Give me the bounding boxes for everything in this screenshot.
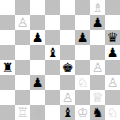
black-bishop-d5: ♝ [47,45,59,60]
square-d4[interactable] [45,60,60,75]
square-c4[interactable] [30,60,45,75]
square-a3[interactable] [0,75,15,90]
square-g1[interactable]: ♞ [90,105,105,120]
square-f4[interactable] [75,60,90,75]
square-c8[interactable] [30,0,45,15]
square-e5[interactable] [60,45,75,60]
square-g8[interactable]: ♗ [90,0,105,15]
square-g4[interactable]: ♙ [90,60,105,75]
square-a8[interactable] [0,0,15,15]
square-b3[interactable] [15,75,30,90]
square-h4[interactable] [105,60,120,75]
square-g2[interactable]: ♕ [90,90,105,105]
square-g6[interactable] [90,30,105,45]
square-e2[interactable]: ♙ [60,90,75,105]
square-h2[interactable] [105,90,120,105]
black-queen-h6: ♛ [107,30,119,45]
square-f1[interactable]: ♔ [75,105,90,120]
square-f2[interactable] [75,90,90,105]
square-h1[interactable]: ♘ [105,105,120,120]
square-d3[interactable] [45,75,60,90]
square-e8[interactable] [60,0,75,15]
square-a2[interactable] [0,90,15,105]
square-e4[interactable]: ♚ [60,60,75,75]
square-e7[interactable] [60,15,75,30]
square-f5[interactable] [75,45,90,60]
square-e1[interactable]: ♝ [60,105,75,120]
square-d1[interactable] [45,105,60,120]
square-g5[interactable] [90,45,105,60]
white-pawn-e2: ♙ [62,90,74,105]
black-rook-a4: ♜ [2,60,14,75]
white-knight-h1: ♘ [107,105,119,120]
square-h5[interactable]: ♟ [105,45,120,60]
square-c3[interactable]: ♟ [30,75,45,90]
square-b7[interactable]: ♙ [15,15,30,30]
square-e6[interactable] [60,30,75,45]
white-knight-f3: ♘ [77,75,89,90]
square-h7[interactable] [105,15,120,30]
square-e3[interactable] [60,75,75,90]
black-pawn-c6: ♟ [32,30,44,45]
square-b6[interactable] [15,30,30,45]
square-f8[interactable] [75,0,90,15]
white-rook-b1: ♖ [17,105,29,120]
square-d2[interactable] [45,90,60,105]
black-king-e4: ♚ [62,60,74,75]
square-b8[interactable] [15,0,30,15]
black-pawn-f6: ♟ [77,30,89,45]
square-h6[interactable]: ♛ [105,30,120,45]
square-d8[interactable] [45,0,60,15]
square-b1[interactable]: ♖ [15,105,30,120]
white-pawn-g4: ♙ [92,60,104,75]
black-knight-g1: ♞ [92,105,104,120]
square-b5[interactable] [15,45,30,60]
square-c5[interactable] [30,45,45,60]
white-king-f1: ♔ [77,105,89,120]
square-f7[interactable] [75,15,90,30]
square-h8[interactable] [105,0,120,15]
square-b2[interactable] [15,90,30,105]
square-d5[interactable]: ♝ [45,45,60,60]
square-a7[interactable] [0,15,15,30]
black-pawn-h5: ♟ [107,45,119,60]
white-pawn-b7: ♙ [17,15,29,30]
square-g3[interactable] [90,75,105,90]
square-g7[interactable]: ♟ [90,15,105,30]
square-c6[interactable]: ♟ [30,30,45,45]
black-bishop-e1: ♝ [62,105,74,120]
white-pawn-h3: ♙ [107,75,119,90]
square-f6[interactable]: ♟ [75,30,90,45]
square-f3[interactable]: ♘ [75,75,90,90]
square-a1[interactable] [0,105,15,120]
square-c1[interactable]: ♗ [30,105,45,120]
black-pawn-g7: ♟ [92,15,104,30]
square-h3[interactable]: ♙ [105,75,120,90]
square-c2[interactable] [30,90,45,105]
square-a6[interactable] [0,30,15,45]
square-d6[interactable] [45,30,60,45]
white-bishop-c1: ♗ [32,105,44,120]
square-c7[interactable] [30,15,45,30]
white-bishop-g8: ♗ [92,0,104,15]
chess-board: ♗♙♟♟♟♛♝♟♜♚♙♟♘♙♙♕♖♗♝♔♞♘ [0,0,120,120]
square-d7[interactable] [45,15,60,30]
square-a4[interactable]: ♜ [0,60,15,75]
square-b4[interactable] [15,60,30,75]
white-queen-g2: ♕ [92,90,104,105]
black-pawn-c3: ♟ [32,75,44,90]
square-a5[interactable] [0,45,15,60]
